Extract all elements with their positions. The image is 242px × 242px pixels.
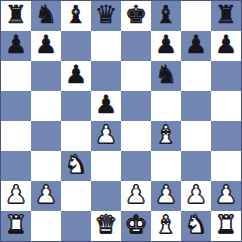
square-a6[interactable] — [1, 61, 31, 91]
piece-black-queen[interactable]: ♛ — [95, 0, 117, 30]
piece-black-pawn[interactable]: ♟ — [65, 60, 87, 90]
piece-white-pawn[interactable]: ♟ — [95, 120, 117, 150]
square-h1[interactable]: ♜ — [211, 211, 241, 241]
piece-black-pawn[interactable]: ♟ — [5, 30, 27, 60]
piece-black-knight[interactable]: ♞ — [35, 0, 57, 30]
square-g1[interactable]: ♞ — [181, 211, 211, 241]
square-a7[interactable]: ♟ — [1, 31, 31, 61]
square-b4[interactable] — [31, 121, 61, 151]
square-b1[interactable] — [31, 211, 61, 241]
square-e2[interactable]: ♟ — [121, 181, 151, 211]
piece-white-bishop[interactable]: ♝ — [155, 210, 177, 240]
square-g4[interactable] — [181, 121, 211, 151]
square-g6[interactable] — [181, 61, 211, 91]
piece-black-pawn[interactable]: ♟ — [35, 30, 57, 60]
piece-black-rook[interactable]: ♜ — [5, 0, 27, 30]
piece-white-knight[interactable]: ♞ — [185, 210, 207, 240]
square-c5[interactable] — [61, 91, 91, 121]
square-c7[interactable] — [61, 31, 91, 61]
square-e6[interactable] — [121, 61, 151, 91]
square-e3[interactable] — [121, 151, 151, 181]
square-c8[interactable]: ♝ — [61, 1, 91, 31]
square-g3[interactable] — [181, 151, 211, 181]
square-h3[interactable] — [211, 151, 241, 181]
square-g2[interactable]: ♟ — [181, 181, 211, 211]
square-h5[interactable] — [211, 91, 241, 121]
piece-white-pawn[interactable]: ♟ — [35, 180, 57, 210]
square-b2[interactable]: ♟ — [31, 181, 61, 211]
piece-white-bishop[interactable]: ♝ — [155, 120, 177, 150]
square-c4[interactable] — [61, 121, 91, 151]
square-f6[interactable]: ♞ — [151, 61, 181, 91]
piece-black-pawn[interactable]: ♟ — [185, 30, 207, 60]
piece-black-pawn[interactable]: ♟ — [155, 30, 177, 60]
square-b5[interactable] — [31, 91, 61, 121]
piece-black-pawn[interactable]: ♟ — [95, 90, 117, 120]
piece-white-rook[interactable]: ♜ — [5, 210, 27, 240]
square-d5[interactable]: ♟ — [91, 91, 121, 121]
square-h7[interactable]: ♟ — [211, 31, 241, 61]
square-b7[interactable]: ♟ — [31, 31, 61, 61]
square-h6[interactable] — [211, 61, 241, 91]
square-d4[interactable]: ♟ — [91, 121, 121, 151]
square-d7[interactable] — [91, 31, 121, 61]
square-e8[interactable]: ♚ — [121, 1, 151, 31]
square-g5[interactable] — [181, 91, 211, 121]
square-h2[interactable]: ♟ — [211, 181, 241, 211]
square-a3[interactable] — [1, 151, 31, 181]
square-e1[interactable]: ♚ — [121, 211, 151, 241]
piece-white-pawn[interactable]: ♟ — [5, 180, 27, 210]
square-c6[interactable]: ♟ — [61, 61, 91, 91]
square-b8[interactable]: ♞ — [31, 1, 61, 31]
square-d8[interactable]: ♛ — [91, 1, 121, 31]
square-e5[interactable] — [121, 91, 151, 121]
square-f2[interactable]: ♟ — [151, 181, 181, 211]
piece-black-rook[interactable]: ♜ — [215, 0, 237, 30]
piece-black-pawn[interactable]: ♟ — [215, 30, 237, 60]
square-e7[interactable] — [121, 31, 151, 61]
square-d2[interactable] — [91, 181, 121, 211]
piece-white-king[interactable]: ♚ — [125, 210, 147, 240]
chess-board-frame: ♜♞♝♛♚♝♜♟♟♟♟♟♟♞♟♟♝♞♟♟♟♟♟♟♜♛♚♝♞♜ — [0, 0, 242, 242]
square-a5[interactable] — [1, 91, 31, 121]
square-c1[interactable] — [61, 211, 91, 241]
square-f3[interactable] — [151, 151, 181, 181]
square-b3[interactable] — [31, 151, 61, 181]
piece-white-pawn[interactable]: ♟ — [125, 180, 147, 210]
square-a2[interactable]: ♟ — [1, 181, 31, 211]
square-d3[interactable] — [91, 151, 121, 181]
square-b6[interactable] — [31, 61, 61, 91]
square-f4[interactable]: ♝ — [151, 121, 181, 151]
square-d1[interactable]: ♛ — [91, 211, 121, 241]
chess-board: ♜♞♝♛♚♝♜♟♟♟♟♟♟♞♟♟♝♞♟♟♟♟♟♟♜♛♚♝♞♜ — [1, 1, 241, 241]
piece-white-queen[interactable]: ♛ — [95, 210, 117, 240]
square-a8[interactable]: ♜ — [1, 1, 31, 31]
piece-black-bishop[interactable]: ♝ — [155, 0, 177, 30]
piece-white-pawn[interactable]: ♟ — [215, 180, 237, 210]
piece-black-knight[interactable]: ♞ — [155, 60, 177, 90]
square-h4[interactable] — [211, 121, 241, 151]
square-c2[interactable] — [61, 181, 91, 211]
square-h8[interactable]: ♜ — [211, 1, 241, 31]
square-a1[interactable]: ♜ — [1, 211, 31, 241]
square-g8[interactable] — [181, 1, 211, 31]
piece-white-rook[interactable]: ♜ — [215, 210, 237, 240]
square-f1[interactable]: ♝ — [151, 211, 181, 241]
square-f5[interactable] — [151, 91, 181, 121]
square-f8[interactable]: ♝ — [151, 1, 181, 31]
square-e4[interactable] — [121, 121, 151, 151]
square-d6[interactable] — [91, 61, 121, 91]
piece-black-king[interactable]: ♚ — [125, 0, 147, 30]
piece-black-bishop[interactable]: ♝ — [65, 0, 87, 30]
piece-white-pawn[interactable]: ♟ — [185, 180, 207, 210]
piece-white-knight[interactable]: ♞ — [65, 150, 87, 180]
piece-white-pawn[interactable]: ♟ — [155, 180, 177, 210]
square-c3[interactable]: ♞ — [61, 151, 91, 181]
square-g7[interactable]: ♟ — [181, 31, 211, 61]
square-a4[interactable] — [1, 121, 31, 151]
square-f7[interactable]: ♟ — [151, 31, 181, 61]
